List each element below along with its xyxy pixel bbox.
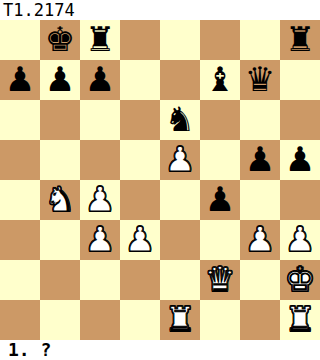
square-e3[interactable] (160, 220, 200, 260)
black-pawn: ♟ (285, 140, 315, 179)
square-g6[interactable] (240, 100, 280, 140)
square-d6[interactable] (120, 100, 160, 140)
chess-board: ♚♜♜♟♟♟♝♛♞♟♟♟♞♟♟♟♟♟♟♛♚♜♜ (0, 20, 320, 340)
square-c3[interactable]: ♟ (80, 220, 120, 260)
square-b6[interactable] (40, 100, 80, 140)
white-pawn: ♟ (245, 220, 275, 259)
square-c1[interactable] (80, 300, 120, 340)
white-queen: ♛ (205, 260, 235, 299)
square-d7[interactable] (120, 60, 160, 100)
black-pawn: ♟ (205, 180, 235, 219)
white-king: ♚ (285, 260, 315, 299)
square-c8[interactable]: ♜ (80, 20, 120, 60)
black-knight: ♞ (165, 100, 195, 139)
square-b2[interactable] (40, 260, 80, 300)
black-pawn: ♟ (85, 60, 115, 99)
square-h5[interactable]: ♟ (280, 140, 320, 180)
square-b4[interactable]: ♞ (40, 180, 80, 220)
square-g2[interactable] (240, 260, 280, 300)
square-g7[interactable]: ♛ (240, 60, 280, 100)
square-e4[interactable] (160, 180, 200, 220)
square-f5[interactable] (200, 140, 240, 180)
square-a1[interactable] (0, 300, 40, 340)
square-h1[interactable]: ♜ (280, 300, 320, 340)
square-a2[interactable] (0, 260, 40, 300)
square-e7[interactable] (160, 60, 200, 100)
square-f1[interactable] (200, 300, 240, 340)
white-pawn: ♟ (285, 220, 315, 259)
square-h6[interactable] (280, 100, 320, 140)
square-h7[interactable] (280, 60, 320, 100)
square-e5[interactable]: ♟ (160, 140, 200, 180)
square-c4[interactable]: ♟ (80, 180, 120, 220)
white-pawn: ♟ (165, 140, 195, 179)
black-bishop: ♝ (205, 60, 235, 99)
white-pawn: ♟ (85, 220, 115, 259)
white-rook: ♜ (165, 300, 195, 339)
square-a3[interactable] (0, 220, 40, 260)
square-g1[interactable] (240, 300, 280, 340)
black-rook: ♜ (85, 20, 115, 59)
square-e6[interactable]: ♞ (160, 100, 200, 140)
square-c7[interactable]: ♟ (80, 60, 120, 100)
square-e2[interactable] (160, 260, 200, 300)
white-rook: ♜ (285, 300, 315, 339)
square-h2[interactable]: ♚ (280, 260, 320, 300)
square-c2[interactable] (80, 260, 120, 300)
square-f2[interactable]: ♛ (200, 260, 240, 300)
square-e8[interactable] (160, 20, 200, 60)
square-b3[interactable] (40, 220, 80, 260)
square-c5[interactable] (80, 140, 120, 180)
chess-puzzle-screen: T1.2174 ♚♜♜♟♟♟♝♛♞♟♟♟♞♟♟♟♟♟♟♛♚♜♜ 1. ? (0, 0, 320, 360)
square-h8[interactable]: ♜ (280, 20, 320, 60)
square-b8[interactable]: ♚ (40, 20, 80, 60)
square-a4[interactable] (0, 180, 40, 220)
square-a5[interactable] (0, 140, 40, 180)
square-g4[interactable] (240, 180, 280, 220)
white-pawn: ♟ (85, 180, 115, 219)
square-h4[interactable] (280, 180, 320, 220)
square-h3[interactable]: ♟ (280, 220, 320, 260)
square-d8[interactable] (120, 20, 160, 60)
square-g5[interactable]: ♟ (240, 140, 280, 180)
black-pawn: ♟ (45, 60, 75, 99)
black-pawn: ♟ (5, 60, 35, 99)
black-king: ♚ (45, 20, 75, 59)
square-g3[interactable]: ♟ (240, 220, 280, 260)
square-a7[interactable]: ♟ (0, 60, 40, 100)
square-g8[interactable] (240, 20, 280, 60)
square-b7[interactable]: ♟ (40, 60, 80, 100)
square-d5[interactable] (120, 140, 160, 180)
square-f6[interactable] (200, 100, 240, 140)
square-f7[interactable]: ♝ (200, 60, 240, 100)
square-b5[interactable] (40, 140, 80, 180)
square-d4[interactable] (120, 180, 160, 220)
square-d1[interactable] (120, 300, 160, 340)
white-pawn: ♟ (125, 220, 155, 259)
square-e1[interactable]: ♜ (160, 300, 200, 340)
square-a8[interactable] (0, 20, 40, 60)
square-f4[interactable]: ♟ (200, 180, 240, 220)
square-b1[interactable] (40, 300, 80, 340)
square-a6[interactable] (0, 100, 40, 140)
white-knight: ♞ (45, 180, 75, 219)
square-d3[interactable]: ♟ (120, 220, 160, 260)
black-pawn: ♟ (245, 140, 275, 179)
black-queen: ♛ (245, 60, 275, 99)
move-prompt: 1. ? (8, 340, 51, 360)
puzzle-id: T1.2174 (3, 1, 75, 19)
square-f8[interactable] (200, 20, 240, 60)
square-c6[interactable] (80, 100, 120, 140)
square-d2[interactable] (120, 260, 160, 300)
black-rook: ♜ (285, 20, 315, 59)
square-f3[interactable] (200, 220, 240, 260)
